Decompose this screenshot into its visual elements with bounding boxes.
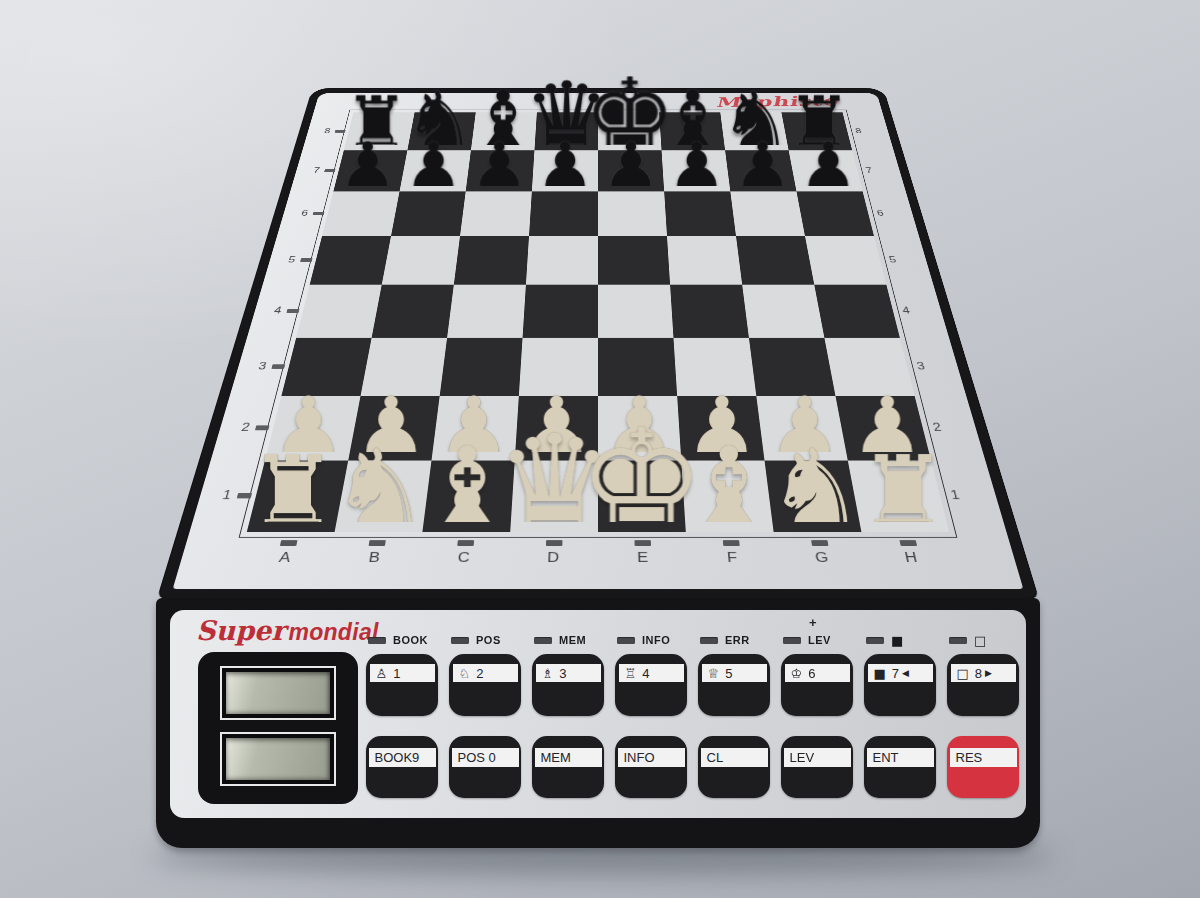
- led-pos: [451, 637, 469, 644]
- key-label-window: ♖4: [619, 664, 684, 682]
- keypad: BOOK♙1BOOK9POS♘2POS 0MEM♗3MEMINFO♖4INFOE…: [366, 610, 1026, 818]
- key-label-window: ♔6: [785, 664, 850, 682]
- lcd-glass: [226, 738, 330, 780]
- key-label-window: INFO: [618, 748, 685, 767]
- rank-number: 3: [916, 361, 927, 372]
- file-label-h: H: [862, 537, 961, 581]
- table-surface: Mephisto 87654321 87654321 ABCDEFGH ♜♞♝♛…: [0, 0, 1200, 898]
- right-arrow-icon: ▶: [985, 668, 992, 678]
- square-f7[interactable]: [662, 150, 731, 191]
- lcd-display-top: [220, 666, 336, 720]
- rank-number: 7: [865, 166, 873, 174]
- key-number: 8: [975, 666, 982, 681]
- key-column-black: ■■7◀ENT: [864, 610, 936, 818]
- rank-led-tick: [272, 364, 286, 368]
- key-number: 3: [559, 666, 566, 681]
- rank-led-tick: [324, 169, 335, 172]
- indicator-black: ■: [864, 632, 936, 648]
- file-led-tick: [722, 540, 739, 546]
- file-letter: B: [367, 549, 381, 566]
- plus-mark: +: [809, 615, 817, 630]
- file-letter: G: [814, 549, 830, 566]
- led-book: [368, 637, 386, 644]
- file-label-f: F: [686, 537, 780, 581]
- file-led-tick: [811, 540, 828, 546]
- square-d4[interactable]: [523, 285, 598, 338]
- led-err: [700, 637, 718, 644]
- queen-icon: ♕: [708, 667, 720, 680]
- square-f5[interactable]: [667, 236, 742, 285]
- square-a6[interactable]: [322, 191, 399, 236]
- square-a7[interactable]: [333, 150, 407, 191]
- knight-icon: ♘: [459, 667, 471, 680]
- square-g7[interactable]: [725, 150, 796, 191]
- key-function-label: ENT: [873, 750, 899, 765]
- square-a5[interactable]: [310, 236, 391, 285]
- file-label-d: D: [507, 537, 598, 581]
- rook-icon: ♖: [625, 667, 637, 680]
- white-square-icon: □: [957, 667, 969, 680]
- key-number: 7: [892, 666, 899, 681]
- button-key-6[interactable]: ♔6: [781, 654, 853, 716]
- bishop-icon: ♗: [542, 667, 554, 680]
- king-icon: ♔: [791, 667, 803, 680]
- rank-number: 6: [876, 209, 885, 218]
- button-key-3[interactable]: ♗3: [532, 654, 604, 716]
- rank-number: 4: [901, 305, 911, 315]
- square-g4[interactable]: [742, 285, 824, 338]
- board-pinstripe: [239, 110, 958, 538]
- key-column-mem: MEM♗3MEM: [532, 610, 604, 818]
- key-label-window: RES: [950, 748, 1017, 767]
- logo-super: Super: [196, 615, 285, 646]
- panel-face: Supermondial BOOK♙1BOOK9POS♘2POS 0MEM♗3M…: [170, 610, 1026, 818]
- square-b1[interactable]: [335, 461, 432, 532]
- file-labels: ABCDEFGH: [234, 537, 961, 581]
- square-g3[interactable]: [749, 338, 836, 396]
- square-b6[interactable]: [391, 191, 466, 236]
- file-label-c: C: [416, 537, 510, 581]
- square-c3[interactable]: [440, 338, 523, 396]
- key-number: 5: [725, 666, 732, 681]
- indicator-label-pos: POS: [476, 634, 501, 646]
- square-h6[interactable]: [796, 191, 873, 236]
- key-label-window: ♘2: [453, 664, 518, 682]
- rank-number: 4: [273, 305, 283, 315]
- square-g6[interactable]: [730, 191, 805, 236]
- key-function-label: BOOK9: [375, 750, 420, 765]
- square-b8[interactable]: [407, 112, 475, 150]
- square-b2[interactable]: [348, 396, 439, 460]
- rank-led-tick: [300, 258, 312, 262]
- file-led-tick: [634, 540, 651, 546]
- square-d7[interactable]: [532, 150, 598, 191]
- square-f6[interactable]: [664, 191, 736, 236]
- square-e8[interactable]: [598, 112, 662, 150]
- square-e1[interactable]: [598, 461, 686, 532]
- square-c4[interactable]: [447, 285, 526, 338]
- super-mondial-logo: Supermondial: [196, 615, 379, 646]
- board-field: Mephisto 87654321 87654321 ABCDEFGH: [173, 93, 1024, 589]
- button-lev[interactable]: LEV: [781, 736, 853, 798]
- indicator-label-black: ■: [891, 633, 903, 648]
- square-a4[interactable]: [296, 285, 382, 338]
- file-label-b: B: [325, 537, 422, 581]
- button-cl[interactable]: CL: [698, 736, 770, 798]
- key-column-white: □□8▶RES: [947, 610, 1019, 818]
- indicator-label-info: INFO: [642, 634, 670, 646]
- key-function-label: MEM: [541, 750, 571, 765]
- indicator-label-mem: MEM: [559, 634, 586, 646]
- square-c2[interactable]: [431, 396, 518, 460]
- black-square-icon: ■: [874, 667, 886, 680]
- rank-led-tick: [255, 425, 270, 430]
- led-lev: [783, 637, 801, 644]
- board-grid: [247, 112, 949, 532]
- rank-number: 1: [949, 488, 961, 502]
- led-black: [866, 637, 884, 644]
- key-label-window: ♙1: [370, 664, 435, 682]
- square-g8[interactable]: [720, 112, 788, 150]
- key-label-window: ■7◀: [868, 664, 933, 682]
- button-key-4[interactable]: ♖4: [615, 654, 687, 716]
- key-column-info: INFO♖4INFO: [615, 610, 687, 818]
- mephisto-logo: Mephisto: [714, 93, 840, 110]
- lcd-block: [198, 652, 358, 804]
- square-d1[interactable]: [510, 461, 598, 532]
- key-number: 1: [393, 666, 400, 681]
- rank-led-tick: [237, 493, 252, 498]
- rank-led-tick: [286, 309, 299, 313]
- square-f3[interactable]: [673, 338, 756, 396]
- rank-number: 7: [312, 166, 320, 174]
- rank-number: 8: [854, 127, 862, 134]
- rank-number: 2: [932, 421, 943, 434]
- square-h8[interactable]: [781, 112, 852, 150]
- button-key-2[interactable]: ♘2: [449, 654, 521, 716]
- chess-board-section: Mephisto 87654321 87654321 ABCDEFGH ♜♞♝♛…: [158, 88, 1038, 598]
- file-letter: A: [277, 549, 292, 566]
- key-label-window: □8▶: [951, 664, 1016, 682]
- button-book9[interactable]: BOOK9: [366, 736, 438, 798]
- square-c6[interactable]: [460, 191, 532, 236]
- key-label-window: ENT: [867, 748, 934, 767]
- key-label-window: BOOK9: [369, 748, 436, 767]
- key-function-label: RES: [956, 750, 983, 765]
- key-label-window: POS 0: [452, 748, 519, 767]
- key-function-label: POS 0: [458, 750, 496, 765]
- square-g2[interactable]: [756, 396, 847, 460]
- button-mem[interactable]: MEM: [532, 736, 604, 798]
- square-a2[interactable]: [265, 396, 361, 460]
- file-letter: H: [903, 549, 919, 566]
- square-g1[interactable]: [765, 461, 862, 532]
- rank-number: 6: [300, 209, 309, 218]
- square-e5[interactable]: [598, 236, 670, 285]
- square-h5[interactable]: [805, 236, 886, 285]
- indicator-label-err: ERR: [725, 634, 750, 646]
- rank-number: 3: [257, 361, 268, 372]
- led-mem: [534, 637, 552, 644]
- square-c1[interactable]: [422, 461, 514, 532]
- control-panel: Supermondial BOOK♙1BOOK9POS♘2POS 0MEM♗3M…: [156, 598, 1040, 848]
- indicator-err: ERR: [698, 632, 770, 648]
- button-info[interactable]: INFO: [615, 736, 687, 798]
- square-c5[interactable]: [454, 236, 529, 285]
- square-f4[interactable]: [670, 285, 749, 338]
- square-a1[interactable]: [247, 461, 348, 532]
- square-d5[interactable]: [526, 236, 598, 285]
- square-f1[interactable]: [681, 461, 773, 532]
- key-column-lev: +LEV♔6LEV: [781, 610, 853, 818]
- key-label-window: ♗3: [536, 664, 601, 682]
- key-function-label: CL: [707, 750, 724, 765]
- indicator-info: INFO: [615, 632, 687, 648]
- indicator-mem: MEM: [532, 632, 604, 648]
- key-label-window: LEV: [784, 748, 851, 767]
- square-c8[interactable]: [471, 112, 537, 150]
- pawn-icon: ♙: [376, 667, 388, 680]
- square-d8[interactable]: [534, 112, 598, 150]
- indicator-label-lev: LEV: [808, 634, 831, 646]
- indicator-book: BOOK: [366, 632, 438, 648]
- lcd-glass: [226, 672, 330, 714]
- key-label-window: CL: [701, 748, 768, 767]
- rank-number: 8: [323, 127, 331, 134]
- square-f8[interactable]: [659, 112, 725, 150]
- key-function-label: INFO: [624, 750, 655, 765]
- square-e4[interactable]: [598, 285, 673, 338]
- file-letter: F: [726, 549, 738, 566]
- button-key-7[interactable]: ■7◀: [864, 654, 936, 716]
- square-h4[interactable]: [814, 285, 900, 338]
- key-column-book: BOOK♙1BOOK9: [366, 610, 438, 818]
- square-e6[interactable]: [598, 191, 667, 236]
- file-led-tick: [899, 540, 917, 546]
- led-white: [949, 637, 967, 644]
- button-key-5[interactable]: ♕5: [698, 654, 770, 716]
- square-d2[interactable]: [515, 396, 598, 460]
- lcd-display-bottom: [220, 732, 336, 786]
- file-label-e: E: [598, 537, 689, 581]
- key-label-window: MEM: [535, 748, 602, 767]
- square-f2[interactable]: [677, 396, 764, 460]
- button-res[interactable]: RES: [947, 736, 1019, 798]
- square-e3[interactable]: [598, 338, 677, 396]
- square-a3[interactable]: [281, 338, 371, 396]
- rank-number: 1: [221, 488, 233, 502]
- file-letter: E: [637, 549, 649, 566]
- file-led-tick: [368, 540, 385, 546]
- square-a8[interactable]: [344, 112, 415, 150]
- left-arrow-icon: ◀: [902, 668, 909, 678]
- file-led-tick: [545, 540, 562, 546]
- square-h7[interactable]: [789, 150, 863, 191]
- indicator-pos: POS: [449, 632, 521, 648]
- square-b4[interactable]: [372, 285, 454, 338]
- rank-led-tick: [335, 130, 346, 133]
- file-letter: D: [547, 549, 559, 566]
- file-label-a: A: [234, 537, 333, 581]
- square-d3[interactable]: [519, 338, 598, 396]
- button-key-1[interactable]: ♙1: [366, 654, 438, 716]
- file-letter: C: [457, 549, 471, 566]
- button-key-8[interactable]: □8▶: [947, 654, 1019, 716]
- file-led-tick: [457, 540, 474, 546]
- file-label-g: G: [774, 537, 871, 581]
- indicator-white: □: [947, 632, 1019, 648]
- key-column-pos: POS♘2POS 0: [449, 610, 521, 818]
- square-b3[interactable]: [360, 338, 447, 396]
- key-number: 2: [476, 666, 483, 681]
- key-column-err: ERR♕5CL: [698, 610, 770, 818]
- square-b7[interactable]: [400, 150, 471, 191]
- key-number: 4: [642, 666, 649, 681]
- square-d6[interactable]: [529, 191, 598, 236]
- square-e7[interactable]: [598, 150, 664, 191]
- square-c7[interactable]: [466, 150, 535, 191]
- led-info: [617, 637, 635, 644]
- key-number: 6: [808, 666, 815, 681]
- square-b5[interactable]: [382, 236, 460, 285]
- indicator-lev: LEV: [781, 632, 853, 648]
- key-label-window: ♕5: [702, 664, 767, 682]
- indicator-label-white: □: [974, 633, 986, 648]
- button-pos0[interactable]: POS 0: [449, 736, 521, 798]
- file-led-tick: [279, 540, 297, 546]
- indicator-label-book: BOOK: [393, 634, 428, 646]
- rank-led-tick: [313, 212, 325, 215]
- button-ent[interactable]: ENT: [864, 736, 936, 798]
- square-g5[interactable]: [736, 236, 814, 285]
- rank-number: 2: [240, 421, 251, 434]
- rank-number: 5: [287, 255, 296, 265]
- key-function-label: LEV: [790, 750, 815, 765]
- square-e2[interactable]: [598, 396, 681, 460]
- rank-number: 5: [888, 255, 897, 265]
